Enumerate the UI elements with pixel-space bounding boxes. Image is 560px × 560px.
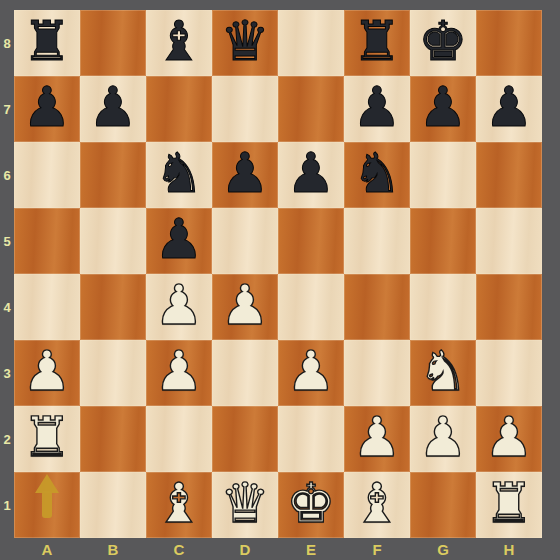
rank-label-8: 8 (0, 10, 14, 76)
square-c2[interactable] (146, 406, 212, 472)
square-g3[interactable]: ♞ (410, 340, 476, 406)
square-b7[interactable]: ♟ (80, 76, 146, 142)
square-c5[interactable]: ♟ (146, 208, 212, 274)
square-g2[interactable]: ♟ (410, 406, 476, 472)
white-rook-h1[interactable]: ♜ (484, 476, 533, 531)
black-bishop-c8[interactable]: ♝ (154, 14, 203, 69)
rank-label-7: 7 (0, 76, 14, 142)
black-pawn-e6[interactable]: ♟ (286, 146, 335, 201)
black-knight-c6[interactable]: ♞ (154, 146, 203, 201)
square-e6[interactable]: ♟ (278, 142, 344, 208)
white-bishop-c1[interactable]: ♝ (154, 476, 203, 531)
square-h7[interactable]: ♟ (476, 76, 542, 142)
square-a1[interactable] (14, 472, 80, 538)
white-knight-g3[interactable]: ♞ (418, 344, 467, 399)
black-rook-a8[interactable]: ♜ (22, 14, 71, 69)
square-c4[interactable]: ♟ (146, 274, 212, 340)
file-coordinates: ABCDEFGH (14, 538, 542, 560)
white-pawn-g2[interactable]: ♟ (418, 410, 467, 465)
square-d1[interactable]: ♛ (212, 472, 278, 538)
square-g1[interactable] (410, 472, 476, 538)
square-h4[interactable] (476, 274, 542, 340)
square-h1[interactable]: ♜ (476, 472, 542, 538)
square-a7[interactable]: ♟ (14, 76, 80, 142)
square-e2[interactable] (278, 406, 344, 472)
black-pawn-h7[interactable]: ♟ (484, 80, 533, 135)
rank-label-6: 6 (0, 142, 14, 208)
square-g7[interactable]: ♟ (410, 76, 476, 142)
square-d5[interactable] (212, 208, 278, 274)
square-e1[interactable]: ♚ (278, 472, 344, 538)
rank-label-1: 1 (0, 472, 14, 538)
white-queen-d1[interactable]: ♛ (220, 476, 269, 531)
square-g4[interactable] (410, 274, 476, 340)
file-label-g: G (410, 538, 476, 560)
square-f5[interactable] (344, 208, 410, 274)
square-h8[interactable] (476, 10, 542, 76)
square-a6[interactable] (14, 142, 80, 208)
rank-coordinates: 87654321 (0, 10, 14, 538)
rank-label-3: 3 (0, 340, 14, 406)
square-g8[interactable]: ♚ (410, 10, 476, 76)
file-label-d: D (212, 538, 278, 560)
square-h6[interactable] (476, 142, 542, 208)
square-f1[interactable]: ♝ (344, 472, 410, 538)
square-c3[interactable]: ♟ (146, 340, 212, 406)
white-pawn-h2[interactable]: ♟ (484, 410, 533, 465)
black-pawn-c5[interactable]: ♟ (154, 212, 203, 267)
square-f4[interactable] (344, 274, 410, 340)
file-label-f: F (344, 538, 410, 560)
black-pawn-g7[interactable]: ♟ (418, 80, 467, 135)
white-pawn-d4[interactable]: ♟ (220, 278, 269, 333)
square-d3[interactable] (212, 340, 278, 406)
square-b1[interactable] (80, 472, 146, 538)
square-e5[interactable] (278, 208, 344, 274)
square-a2[interactable]: ♜ (14, 406, 80, 472)
white-pawn-e3[interactable]: ♟ (286, 344, 335, 399)
square-b6[interactable] (80, 142, 146, 208)
square-e7[interactable] (278, 76, 344, 142)
square-c7[interactable] (146, 76, 212, 142)
black-pawn-b7[interactable]: ♟ (88, 80, 137, 135)
square-b8[interactable] (80, 10, 146, 76)
file-label-h: H (476, 538, 542, 560)
black-queen-d8[interactable]: ♛ (220, 14, 269, 69)
square-a4[interactable] (14, 274, 80, 340)
square-h2[interactable]: ♟ (476, 406, 542, 472)
rank-label-2: 2 (0, 406, 14, 472)
black-knight-f6[interactable]: ♞ (352, 146, 401, 201)
square-d2[interactable] (212, 406, 278, 472)
file-label-a: A (14, 538, 80, 560)
square-b5[interactable] (80, 208, 146, 274)
square-a8[interactable]: ♜ (14, 10, 80, 76)
white-pawn-c3[interactable]: ♟ (154, 344, 203, 399)
square-f7[interactable]: ♟ (344, 76, 410, 142)
black-rook-f8[interactable]: ♜ (352, 14, 401, 69)
white-king-e1[interactable]: ♚ (286, 476, 335, 531)
square-f3[interactable] (344, 340, 410, 406)
square-h3[interactable] (476, 340, 542, 406)
square-b4[interactable] (80, 274, 146, 340)
square-e8[interactable] (278, 10, 344, 76)
square-a3[interactable]: ♟ (14, 340, 80, 406)
square-c8[interactable]: ♝ (146, 10, 212, 76)
rank-label-5: 5 (0, 208, 14, 274)
square-f8[interactable]: ♜ (344, 10, 410, 76)
square-f2[interactable]: ♟ (344, 406, 410, 472)
square-g5[interactable] (410, 208, 476, 274)
file-label-c: C (146, 538, 212, 560)
square-b2[interactable] (80, 406, 146, 472)
file-label-e: E (278, 538, 344, 560)
square-c6[interactable]: ♞ (146, 142, 212, 208)
black-king-g8[interactable]: ♚ (418, 14, 467, 69)
square-e3[interactable]: ♟ (278, 340, 344, 406)
square-e4[interactable] (278, 274, 344, 340)
white-bishop-f1[interactable]: ♝ (352, 476, 401, 531)
black-pawn-f7[interactable]: ♟ (352, 80, 401, 135)
square-c1[interactable]: ♝ (146, 472, 212, 538)
file-label-b: B (80, 538, 146, 560)
white-rook-a2[interactable]: ♜ (22, 410, 71, 465)
chess-board: ♜♝♛♜♚♟♟♟♟♟♞♟♟♞♟♟♟♟♟♟♞♜♟♟♟♝♛♚♝♜ (14, 10, 542, 538)
square-a5[interactable] (14, 208, 80, 274)
black-pawn-d6[interactable]: ♟ (220, 146, 269, 201)
square-f6[interactable]: ♞ (344, 142, 410, 208)
white-pawn-c4[interactable]: ♟ (154, 278, 203, 333)
square-d7[interactable] (212, 76, 278, 142)
square-h5[interactable] (476, 208, 542, 274)
square-g6[interactable] (410, 142, 476, 208)
square-d8[interactable]: ♛ (212, 10, 278, 76)
white-pawn-f2[interactable]: ♟ (352, 410, 401, 465)
rank-label-4: 4 (0, 274, 14, 340)
chess-app-window: 87654321 ♜♝♛♜♚♟♟♟♟♟♞♟♟♞♟♟♟♟♟♟♞♜♟♟♟♝♛♚♝♜ … (0, 0, 560, 560)
square-d4[interactable]: ♟ (212, 274, 278, 340)
square-d6[interactable]: ♟ (212, 142, 278, 208)
square-b3[interactable] (80, 340, 146, 406)
black-pawn-a7[interactable]: ♟ (22, 80, 71, 135)
white-pawn-a3[interactable]: ♟ (22, 344, 71, 399)
